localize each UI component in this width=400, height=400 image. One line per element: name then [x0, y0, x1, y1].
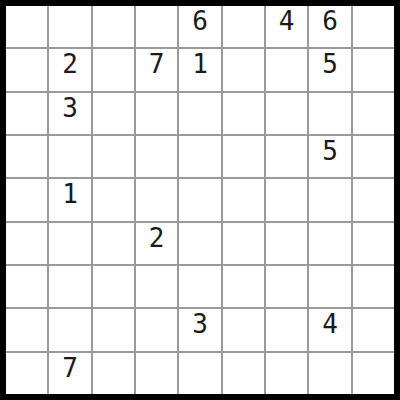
cell-r2c3[interactable] — [93, 49, 134, 90]
cell-r4c8[interactable]: 5 — [309, 136, 350, 177]
cell-r1c1[interactable] — [6, 6, 47, 47]
cell-r6c5[interactable] — [179, 223, 220, 264]
cell-r3c6[interactable] — [223, 93, 264, 134]
cell-r9c1[interactable] — [6, 353, 47, 394]
cell-r1c3[interactable] — [93, 6, 134, 47]
cell-r5c4[interactable] — [136, 179, 177, 220]
cell-r9c5[interactable] — [179, 353, 220, 394]
puzzle-board: 64627153512347 — [0, 0, 400, 400]
cell-r7c3[interactable] — [93, 266, 134, 307]
cell-r1c7[interactable]: 4 — [266, 6, 307, 47]
cell-r2c1[interactable] — [6, 49, 47, 90]
cell-r9c3[interactable] — [93, 353, 134, 394]
cell-r8c8[interactable]: 4 — [309, 309, 350, 350]
cell-r2c7[interactable] — [266, 49, 307, 90]
cell-r8c4[interactable] — [136, 309, 177, 350]
cell-r1c8[interactable]: 6 — [309, 6, 350, 47]
cell-r5c2[interactable]: 1 — [49, 179, 90, 220]
cell-r8c2[interactable] — [49, 309, 90, 350]
cell-r6c1[interactable] — [6, 223, 47, 264]
cell-r8c6[interactable] — [223, 309, 264, 350]
cell-r6c9[interactable] — [353, 223, 394, 264]
cell-r9c2[interactable]: 7 — [49, 353, 90, 394]
cell-r5c5[interactable] — [179, 179, 220, 220]
cell-r5c8[interactable] — [309, 179, 350, 220]
cell-r5c9[interactable] — [353, 179, 394, 220]
cell-r7c6[interactable] — [223, 266, 264, 307]
cell-r1c9[interactable] — [353, 6, 394, 47]
cell-r7c2[interactable] — [49, 266, 90, 307]
cell-r8c9[interactable] — [353, 309, 394, 350]
cell-r3c9[interactable] — [353, 93, 394, 134]
cell-r3c1[interactable] — [6, 93, 47, 134]
cell-r3c4[interactable] — [136, 93, 177, 134]
cell-r1c5[interactable]: 6 — [179, 6, 220, 47]
cell-r1c6[interactable] — [223, 6, 264, 47]
cell-r4c1[interactable] — [6, 136, 47, 177]
cell-r3c2[interactable]: 3 — [49, 93, 90, 134]
cell-r7c8[interactable] — [309, 266, 350, 307]
cell-r6c3[interactable] — [93, 223, 134, 264]
cell-r9c9[interactable] — [353, 353, 394, 394]
puzzle-page: 64627153512347 — [0, 0, 400, 400]
cell-r4c7[interactable] — [266, 136, 307, 177]
cell-r8c5[interactable]: 3 — [179, 309, 220, 350]
cell-r6c7[interactable] — [266, 223, 307, 264]
cell-r8c7[interactable] — [266, 309, 307, 350]
cell-r4c6[interactable] — [223, 136, 264, 177]
cell-r7c5[interactable] — [179, 266, 220, 307]
cell-r8c1[interactable] — [6, 309, 47, 350]
cell-r5c7[interactable] — [266, 179, 307, 220]
cell-r2c4[interactable]: 7 — [136, 49, 177, 90]
cell-r5c1[interactable] — [6, 179, 47, 220]
cell-r5c6[interactable] — [223, 179, 264, 220]
cell-r8c3[interactable] — [93, 309, 134, 350]
cell-r2c9[interactable] — [353, 49, 394, 90]
cell-r6c6[interactable] — [223, 223, 264, 264]
cell-r7c9[interactable] — [353, 266, 394, 307]
cell-r9c7[interactable] — [266, 353, 307, 394]
cell-r9c4[interactable] — [136, 353, 177, 394]
cell-r3c5[interactable] — [179, 93, 220, 134]
cell-r7c1[interactable] — [6, 266, 47, 307]
cell-r7c7[interactable] — [266, 266, 307, 307]
cell-r4c4[interactable] — [136, 136, 177, 177]
cell-r4c2[interactable] — [49, 136, 90, 177]
cell-r7c4[interactable] — [136, 266, 177, 307]
cell-r2c8[interactable]: 5 — [309, 49, 350, 90]
cell-r2c2[interactable]: 2 — [49, 49, 90, 90]
cell-r1c2[interactable] — [49, 6, 90, 47]
cell-r6c8[interactable] — [309, 223, 350, 264]
cell-r2c5[interactable]: 1 — [179, 49, 220, 90]
cell-r2c6[interactable] — [223, 49, 264, 90]
cell-r4c5[interactable] — [179, 136, 220, 177]
cell-r1c4[interactable] — [136, 6, 177, 47]
cell-r4c9[interactable] — [353, 136, 394, 177]
cell-r6c2[interactable] — [49, 223, 90, 264]
cell-r3c3[interactable] — [93, 93, 134, 134]
cell-r4c3[interactable] — [93, 136, 134, 177]
cell-r3c7[interactable] — [266, 93, 307, 134]
cell-r9c8[interactable] — [309, 353, 350, 394]
cell-r9c6[interactable] — [223, 353, 264, 394]
cell-r5c3[interactable] — [93, 179, 134, 220]
cell-r6c4[interactable]: 2 — [136, 223, 177, 264]
cell-r3c8[interactable] — [309, 93, 350, 134]
